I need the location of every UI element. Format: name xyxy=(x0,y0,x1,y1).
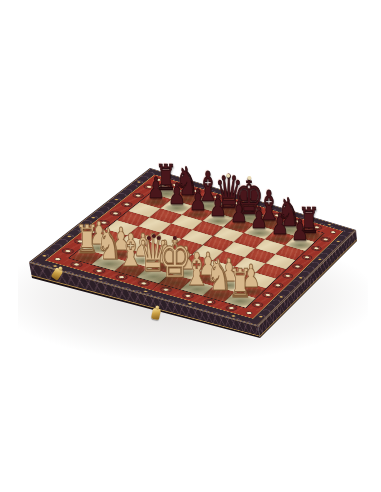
crown-tip xyxy=(227,174,231,178)
crown-tip xyxy=(247,176,251,180)
photo-canvas: ♜♞♝♛♚♝♞♜♟♟♟♟♟♟♟♟♟♟♟♟♟♟♟♟♜♞♝♛♚♝♞♜ xyxy=(0,0,381,492)
